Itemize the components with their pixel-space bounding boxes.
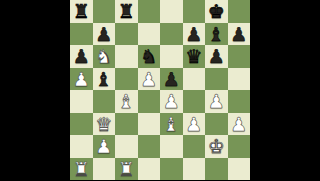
- square-h8[interactable]: [228, 0, 251, 23]
- square-a7[interactable]: [70, 23, 93, 46]
- square-d4[interactable]: [138, 90, 161, 113]
- square-f7[interactable]: ♟: [183, 23, 206, 46]
- square-e2[interactable]: [160, 135, 183, 158]
- square-f5[interactable]: [183, 68, 206, 91]
- piece-white-knight-b6[interactable]: ♞: [95, 45, 112, 67]
- square-c6[interactable]: [115, 45, 138, 68]
- square-g2[interactable]: ♚: [205, 135, 228, 158]
- square-d2[interactable]: [138, 135, 161, 158]
- piece-white-pawn-b2[interactable]: ♟: [95, 135, 112, 157]
- square-g3[interactable]: [205, 113, 228, 136]
- square-c1[interactable]: ♜: [115, 158, 138, 181]
- square-e7[interactable]: [160, 23, 183, 46]
- piece-white-pawn-a5[interactable]: ♟: [73, 68, 90, 90]
- square-e8[interactable]: [160, 0, 183, 23]
- square-g4[interactable]: ♟: [205, 90, 228, 113]
- piece-white-rook-c1[interactable]: ♜: [118, 158, 135, 180]
- square-b6[interactable]: ♞: [93, 45, 116, 68]
- piece-black-pawn-h7[interactable]: ♟: [230, 23, 247, 45]
- square-c7[interactable]: [115, 23, 138, 46]
- square-h1[interactable]: [228, 158, 251, 181]
- square-c8[interactable]: ♜: [115, 0, 138, 23]
- square-h3[interactable]: ♟: [228, 113, 251, 136]
- square-f3[interactable]: ♟: [183, 113, 206, 136]
- square-d5[interactable]: ♟: [138, 68, 161, 91]
- square-h6[interactable]: [228, 45, 251, 68]
- chess-board: ♜♜♚♟♟♝♟♟♞♞♛♟♟♝♟♟♝♟♟♛♝♟♟♟♚♜♜: [70, 0, 250, 180]
- square-b8[interactable]: [93, 0, 116, 23]
- square-d7[interactable]: [138, 23, 161, 46]
- square-c5[interactable]: [115, 68, 138, 91]
- piece-white-pawn-e4[interactable]: ♟: [163, 90, 180, 112]
- square-g8[interactable]: ♚: [205, 0, 228, 23]
- piece-black-bishop-b5[interactable]: ♝: [95, 68, 112, 90]
- square-d3[interactable]: [138, 113, 161, 136]
- square-e5[interactable]: ♟: [160, 68, 183, 91]
- piece-white-king-g2[interactable]: ♚: [208, 135, 225, 157]
- square-g6[interactable]: ♟: [205, 45, 228, 68]
- piece-white-pawn-d5[interactable]: ♟: [140, 68, 157, 90]
- square-b4[interactable]: [93, 90, 116, 113]
- square-a1[interactable]: ♜: [70, 158, 93, 181]
- piece-black-rook-a8[interactable]: ♜: [73, 0, 90, 22]
- square-f4[interactable]: [183, 90, 206, 113]
- square-b5[interactable]: ♝: [93, 68, 116, 91]
- piece-black-knight-d6[interactable]: ♞: [140, 45, 157, 67]
- square-g1[interactable]: [205, 158, 228, 181]
- square-a4[interactable]: [70, 90, 93, 113]
- right-pillarbox-bar: [250, 0, 320, 180]
- piece-black-pawn-e5[interactable]: ♟: [163, 68, 180, 90]
- square-c4[interactable]: ♝: [115, 90, 138, 113]
- square-e6[interactable]: [160, 45, 183, 68]
- square-b7[interactable]: ♟: [93, 23, 116, 46]
- app-window: ♜♜♚♟♟♝♟♟♞♞♛♟♟♝♟♟♝♟♟♛♝♟♟♟♚♜♜: [0, 0, 320, 180]
- piece-black-bishop-g7[interactable]: ♝: [208, 23, 225, 45]
- square-h5[interactable]: [228, 68, 251, 91]
- square-b3[interactable]: ♛: [93, 113, 116, 136]
- square-g5[interactable]: [205, 68, 228, 91]
- square-b1[interactable]: [93, 158, 116, 181]
- piece-black-king-g8[interactable]: ♚: [208, 0, 225, 22]
- piece-black-queen-f6[interactable]: ♛: [185, 45, 202, 67]
- piece-black-rook-c8[interactable]: ♜: [118, 0, 135, 22]
- square-f2[interactable]: [183, 135, 206, 158]
- piece-black-pawn-f7[interactable]: ♟: [185, 23, 202, 45]
- square-e4[interactable]: ♟: [160, 90, 183, 113]
- square-a8[interactable]: ♜: [70, 0, 93, 23]
- piece-black-pawn-b7[interactable]: ♟: [95, 23, 112, 45]
- piece-white-pawn-h3[interactable]: ♟: [230, 113, 247, 135]
- square-h2[interactable]: [228, 135, 251, 158]
- square-b2[interactable]: ♟: [93, 135, 116, 158]
- square-d8[interactable]: [138, 0, 161, 23]
- square-a3[interactable]: [70, 113, 93, 136]
- piece-white-pawn-f3[interactable]: ♟: [185, 113, 202, 135]
- square-d1[interactable]: [138, 158, 161, 181]
- square-e1[interactable]: [160, 158, 183, 181]
- piece-black-pawn-a6[interactable]: ♟: [73, 45, 90, 67]
- square-g7[interactable]: ♝: [205, 23, 228, 46]
- piece-black-pawn-g6[interactable]: ♟: [208, 45, 225, 67]
- left-pillarbox-bar: [0, 0, 70, 180]
- square-c3[interactable]: [115, 113, 138, 136]
- square-f8[interactable]: [183, 0, 206, 23]
- piece-white-bishop-e3[interactable]: ♝: [163, 113, 180, 135]
- square-a2[interactable]: [70, 135, 93, 158]
- piece-white-rook-a1[interactable]: ♜: [73, 158, 90, 180]
- piece-white-pawn-g4[interactable]: ♟: [208, 90, 225, 112]
- square-c2[interactable]: [115, 135, 138, 158]
- piece-white-queen-b3[interactable]: ♛: [95, 113, 112, 135]
- square-a5[interactable]: ♟: [70, 68, 93, 91]
- square-f1[interactable]: [183, 158, 206, 181]
- square-h7[interactable]: ♟: [228, 23, 251, 46]
- piece-white-bishop-c4[interactable]: ♝: [118, 90, 135, 112]
- square-h4[interactable]: [228, 90, 251, 113]
- square-d6[interactable]: ♞: [138, 45, 161, 68]
- square-f6[interactable]: ♛: [183, 45, 206, 68]
- square-e3[interactable]: ♝: [160, 113, 183, 136]
- square-a6[interactable]: ♟: [70, 45, 93, 68]
